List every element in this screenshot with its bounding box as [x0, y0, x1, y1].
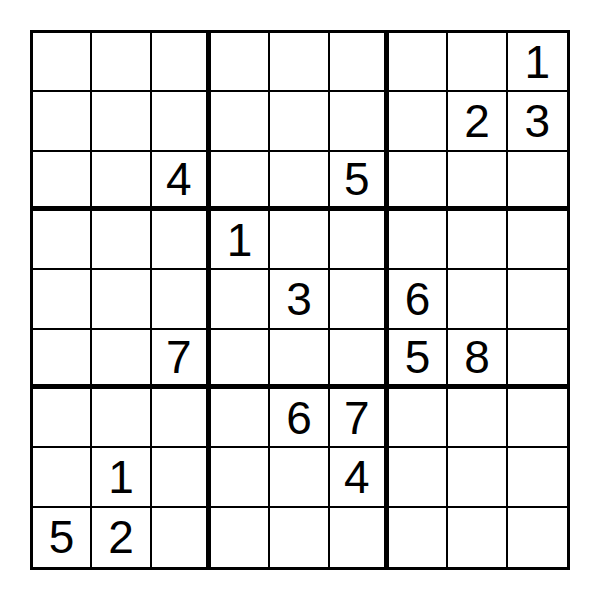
cell-r8c7[interactable] — [389, 448, 448, 507]
cell-r8c3[interactable] — [152, 448, 211, 507]
cell-r3c3[interactable]: 4 — [152, 152, 211, 211]
cell-r5c8[interactable] — [448, 270, 507, 329]
cell-r9c6[interactable] — [330, 508, 389, 567]
cell-r5c9[interactable] — [508, 270, 567, 329]
cell-r6c3[interactable]: 7 — [152, 330, 211, 389]
cell-r8c9[interactable] — [508, 448, 567, 507]
cell-r2c1[interactable] — [33, 92, 92, 151]
cell-r3c1[interactable] — [33, 152, 92, 211]
cell-r7c2[interactable] — [92, 389, 151, 448]
cell-r3c6[interactable]: 5 — [330, 152, 389, 211]
cell-r4c3[interactable] — [152, 211, 211, 270]
cell-r8c6[interactable]: 4 — [330, 448, 389, 507]
cell-r6c4[interactable] — [211, 330, 270, 389]
cell-r2c8[interactable]: 2 — [448, 92, 507, 151]
cell-r2c4[interactable] — [211, 92, 270, 151]
cell-r5c5[interactable]: 3 — [270, 270, 329, 329]
cell-r6c1[interactable] — [33, 330, 92, 389]
cell-r6c2[interactable] — [92, 330, 151, 389]
cell-r1c9[interactable]: 1 — [508, 33, 567, 92]
cell-r4c2[interactable] — [92, 211, 151, 270]
cell-r7c1[interactable] — [33, 389, 92, 448]
cell-r9c4[interactable] — [211, 508, 270, 567]
cell-r1c5[interactable] — [270, 33, 329, 92]
cell-r3c4[interactable] — [211, 152, 270, 211]
sudoku-board: 12345136758671452 — [30, 30, 570, 570]
cell-r8c2[interactable]: 1 — [92, 448, 151, 507]
cell-r2c6[interactable] — [330, 92, 389, 151]
cell-r3c2[interactable] — [92, 152, 151, 211]
cell-r1c2[interactable] — [92, 33, 151, 92]
cell-r1c8[interactable] — [448, 33, 507, 92]
cell-r3c5[interactable] — [270, 152, 329, 211]
cell-r5c2[interactable] — [92, 270, 151, 329]
cell-r6c7[interactable]: 5 — [389, 330, 448, 389]
cell-r7c6[interactable]: 7 — [330, 389, 389, 448]
cell-r6c9[interactable] — [508, 330, 567, 389]
cell-r5c3[interactable] — [152, 270, 211, 329]
cell-r4c9[interactable] — [508, 211, 567, 270]
cell-r7c3[interactable] — [152, 389, 211, 448]
cell-r5c6[interactable] — [330, 270, 389, 329]
cell-r2c2[interactable] — [92, 92, 151, 151]
cell-r3c7[interactable] — [389, 152, 448, 211]
sudoku-page: 12345136758671452 — [0, 0, 600, 600]
cell-r1c1[interactable] — [33, 33, 92, 92]
cell-r3c9[interactable] — [508, 152, 567, 211]
cell-r4c7[interactable] — [389, 211, 448, 270]
cell-r9c7[interactable] — [389, 508, 448, 567]
cell-r7c7[interactable] — [389, 389, 448, 448]
cell-r5c7[interactable]: 6 — [389, 270, 448, 329]
cell-r8c1[interactable] — [33, 448, 92, 507]
cell-r1c4[interactable] — [211, 33, 270, 92]
cell-r2c9[interactable]: 3 — [508, 92, 567, 151]
cell-r9c3[interactable] — [152, 508, 211, 567]
cell-r4c5[interactable] — [270, 211, 329, 270]
cell-r7c4[interactable] — [211, 389, 270, 448]
cell-r2c7[interactable] — [389, 92, 448, 151]
cell-r9c2[interactable]: 2 — [92, 508, 151, 567]
cell-r8c5[interactable] — [270, 448, 329, 507]
cell-r9c8[interactable] — [448, 508, 507, 567]
cell-r4c1[interactable] — [33, 211, 92, 270]
cell-r6c8[interactable]: 8 — [448, 330, 507, 389]
cell-r4c4[interactable]: 1 — [211, 211, 270, 270]
cell-r2c5[interactable] — [270, 92, 329, 151]
cell-r9c9[interactable] — [508, 508, 567, 567]
cell-r4c8[interactable] — [448, 211, 507, 270]
cell-r6c6[interactable] — [330, 330, 389, 389]
cell-r1c6[interactable] — [330, 33, 389, 92]
cell-r9c5[interactable] — [270, 508, 329, 567]
cell-r7c9[interactable] — [508, 389, 567, 448]
cell-r7c5[interactable]: 6 — [270, 389, 329, 448]
cell-r1c7[interactable] — [389, 33, 448, 92]
cell-r1c3[interactable] — [152, 33, 211, 92]
cell-r3c8[interactable] — [448, 152, 507, 211]
cell-r8c8[interactable] — [448, 448, 507, 507]
cell-r2c3[interactable] — [152, 92, 211, 151]
cell-r5c4[interactable] — [211, 270, 270, 329]
cell-r5c1[interactable] — [33, 270, 92, 329]
cell-r4c6[interactable] — [330, 211, 389, 270]
cell-r7c8[interactable] — [448, 389, 507, 448]
cell-r6c5[interactable] — [270, 330, 329, 389]
cell-r8c4[interactable] — [211, 448, 270, 507]
cell-r9c1[interactable]: 5 — [33, 508, 92, 567]
